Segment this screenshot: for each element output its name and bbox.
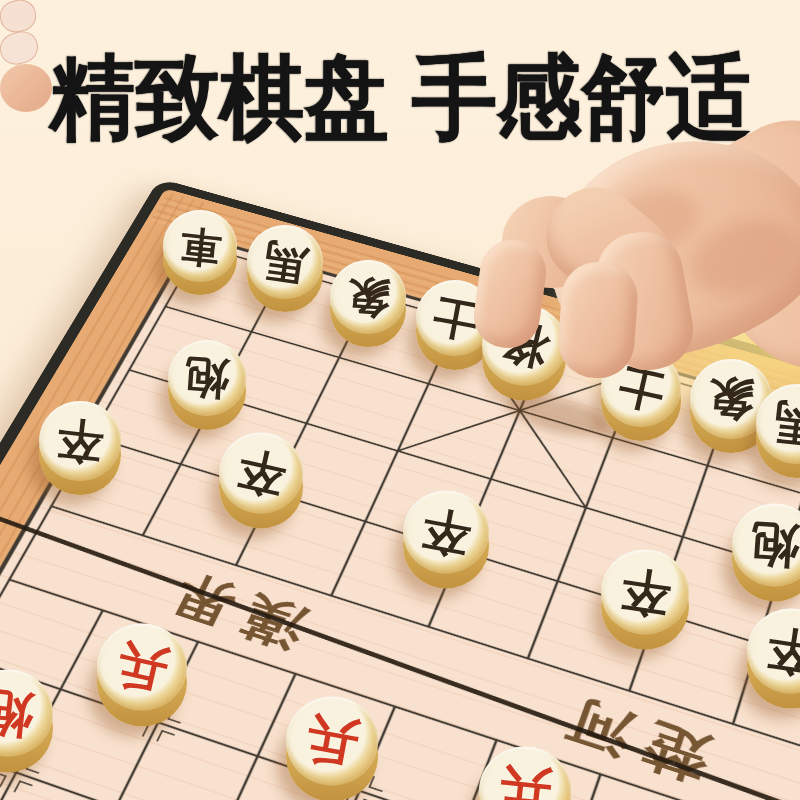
piece-face: 兵 xyxy=(479,747,571,800)
piece-character: 兵 xyxy=(112,637,172,697)
piece-face: 象 xyxy=(330,260,406,334)
piece-face: 卒 xyxy=(39,401,121,481)
piece-character: 兵 xyxy=(302,711,363,772)
piece-black-馬: 馬 xyxy=(756,384,800,464)
piece-face: 卒 xyxy=(601,550,689,635)
piece-character: 卒 xyxy=(55,416,106,467)
piece-red-炮: 炮 xyxy=(0,670,53,757)
piece-face: 兵 xyxy=(97,624,187,711)
piece-black-卒: 卒 xyxy=(601,550,689,635)
piece-black-卒: 卒 xyxy=(403,491,489,574)
piece-character: 卒 xyxy=(418,504,474,560)
piece-face: 卒 xyxy=(403,491,489,574)
piece-character: 炮 xyxy=(0,685,36,740)
piece-black-炮: 炮 xyxy=(732,504,800,587)
piece-character: 炮 xyxy=(184,355,231,402)
piece-black-象: 象 xyxy=(330,260,406,334)
piece-character: 卒 xyxy=(763,623,800,679)
piece-character: 士 xyxy=(429,292,480,343)
piece-face: 車 xyxy=(163,210,237,282)
piece-red-兵: 兵 xyxy=(97,624,187,711)
piece-face: 士 xyxy=(601,349,681,427)
piece-character: 象 xyxy=(345,274,391,320)
piece-character: 炮 xyxy=(749,519,800,570)
piece-character: 車 xyxy=(177,223,222,268)
piece-black-将-lifted: 将 xyxy=(482,305,566,386)
piece-red-兵: 兵 xyxy=(479,747,571,800)
piece-character: 卒 xyxy=(617,564,673,620)
piece-black-炮: 炮 xyxy=(168,340,246,416)
piece-character: 馬 xyxy=(261,238,310,287)
piece-face: 馬 xyxy=(247,225,323,299)
piece-face: 兵 xyxy=(286,697,378,786)
piece-character: 卒 xyxy=(233,445,289,501)
piece-red-兵: 兵 xyxy=(286,697,378,786)
piece-character: 象 xyxy=(706,374,755,423)
product-photo-stage: 精致棋盘 手感舒适 漢界楚河 車馬象士将士象馬炮炮卒卒卒卒卒兵兵兵炮 xyxy=(0,0,800,800)
piece-black-車: 車 xyxy=(163,210,237,282)
pieces-layer: 車馬象士将士象馬炮炮卒卒卒卒卒兵兵兵炮 xyxy=(0,0,800,800)
piece-black-卒: 卒 xyxy=(747,609,800,694)
piece-black-馬: 馬 xyxy=(247,225,323,299)
piece-black-卒: 卒 xyxy=(219,433,303,514)
piece-face: 将 xyxy=(482,305,566,386)
piece-character: 馬 xyxy=(772,399,800,450)
piece-character: 兵 xyxy=(496,762,553,800)
piece-black-士: 士 xyxy=(601,349,681,427)
piece-face: 炮 xyxy=(168,340,246,416)
piece-face: 卒 xyxy=(219,433,303,514)
piece-character: 将 xyxy=(496,317,552,373)
piece-black-卒: 卒 xyxy=(39,401,121,481)
piece-character: 士 xyxy=(614,361,668,415)
